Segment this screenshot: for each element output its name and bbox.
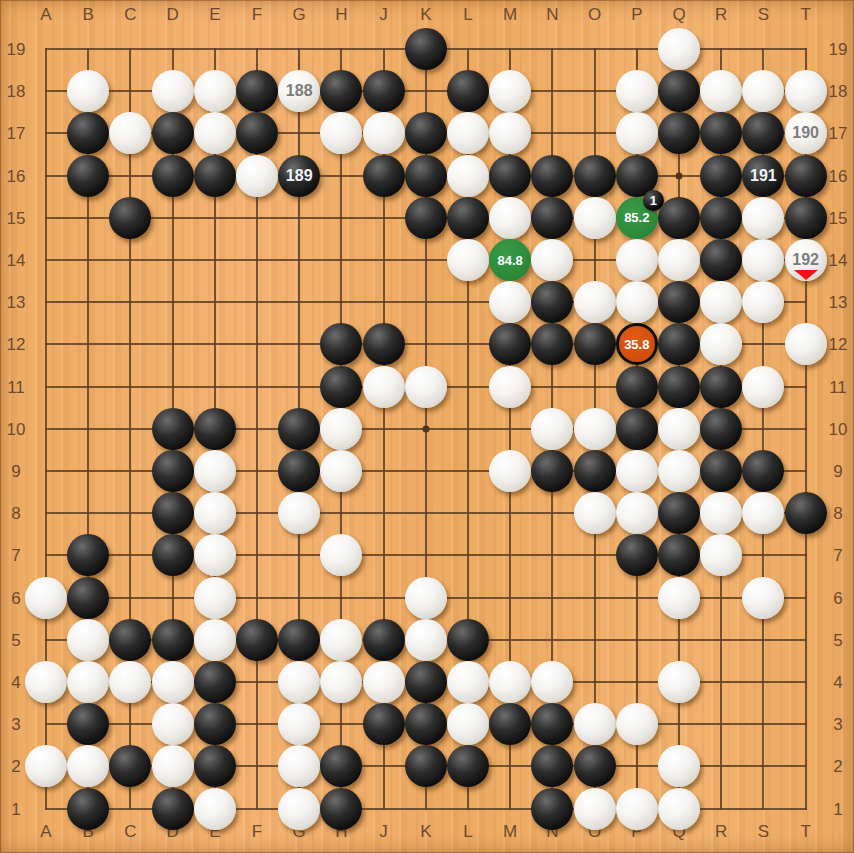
stone-white[interactable] — [405, 366, 447, 408]
row-label: 11 — [7, 378, 25, 395]
row-label: 12 — [7, 336, 26, 353]
column-label: H — [335, 6, 347, 23]
stone-black[interactable] — [194, 408, 236, 450]
stone-black[interactable] — [574, 745, 616, 787]
row-label: 6 — [11, 589, 20, 606]
column-label: A — [40, 6, 51, 23]
stone-white[interactable] — [152, 703, 194, 745]
row-label: 7 — [833, 547, 842, 564]
stone-black[interactable] — [363, 70, 405, 112]
column-label: L — [463, 823, 472, 840]
stone-white[interactable] — [574, 281, 616, 323]
column-label: C — [124, 823, 136, 840]
stone-black[interactable] — [574, 155, 616, 197]
stone-black[interactable] — [616, 408, 658, 450]
stone-black[interactable] — [109, 619, 151, 661]
stone-black[interactable] — [489, 323, 531, 365]
stone-black[interactable] — [109, 745, 151, 787]
row-label: 4 — [11, 674, 20, 691]
stone-black[interactable] — [278, 450, 320, 492]
row-label: 5 — [833, 631, 842, 648]
stone-black[interactable] — [658, 197, 700, 239]
row-label: 9 — [833, 463, 842, 480]
row-label: 10 — [829, 420, 848, 437]
stone-black[interactable] — [658, 366, 700, 408]
row-label: 19 — [829, 41, 848, 58]
stone-black[interactable]: 189 — [278, 155, 320, 197]
stone-black[interactable] — [320, 70, 362, 112]
stone-white[interactable] — [658, 577, 700, 619]
stone-white[interactable] — [447, 661, 489, 703]
stone-white[interactable] — [658, 788, 700, 830]
row-label: 2 — [833, 758, 842, 775]
stone-white[interactable] — [489, 70, 531, 112]
row-label: 2 — [11, 758, 20, 775]
stone-white[interactable] — [320, 619, 362, 661]
stone-black[interactable] — [531, 788, 573, 830]
stone-white[interactable] — [109, 112, 151, 154]
stone-white[interactable] — [658, 239, 700, 281]
stone-white[interactable] — [658, 661, 700, 703]
stone-black[interactable] — [236, 112, 278, 154]
stone-white[interactable] — [278, 492, 320, 534]
stone-white[interactable] — [489, 112, 531, 154]
stone-black[interactable] — [742, 450, 784, 492]
row-label: 3 — [833, 716, 842, 733]
stone-white[interactable] — [278, 703, 320, 745]
row-label: 5 — [11, 631, 20, 648]
stone-white[interactable] — [152, 70, 194, 112]
stone-white[interactable] — [658, 28, 700, 70]
stone-black[interactable] — [489, 703, 531, 745]
column-label: M — [503, 6, 517, 23]
stone-black[interactable] — [700, 366, 742, 408]
stone-white[interactable] — [25, 661, 67, 703]
stone-black[interactable] — [531, 323, 573, 365]
stone-black[interactable] — [320, 788, 362, 830]
column-label: T — [800, 6, 810, 23]
stone-white[interactable] — [616, 788, 658, 830]
stone-black[interactable] — [405, 197, 447, 239]
stone-white[interactable] — [194, 534, 236, 576]
star-point — [676, 172, 683, 179]
stone-black[interactable] — [278, 619, 320, 661]
stone-black[interactable] — [785, 197, 827, 239]
stone-white[interactable] — [616, 281, 658, 323]
row-label: 19 — [7, 41, 26, 58]
stone-white[interactable] — [531, 661, 573, 703]
stone-black[interactable] — [700, 408, 742, 450]
column-label: T — [800, 823, 810, 840]
stone-white[interactable] — [531, 408, 573, 450]
stone-black[interactable] — [658, 323, 700, 365]
stone-white[interactable] — [67, 745, 109, 787]
stone-white[interactable] — [152, 661, 194, 703]
stone-black[interactable] — [531, 450, 573, 492]
stone-white[interactable] — [658, 745, 700, 787]
stone-white[interactable] — [742, 70, 784, 112]
stone-black[interactable] — [531, 155, 573, 197]
stone-black[interactable] — [278, 408, 320, 450]
stone-white[interactable] — [785, 323, 827, 365]
stone-black[interactable]: 191 — [742, 155, 784, 197]
stone-black[interactable] — [152, 155, 194, 197]
row-label: 15 — [829, 209, 848, 226]
stone-white[interactable] — [489, 661, 531, 703]
stone-white[interactable]: 192 — [785, 239, 827, 281]
stone-white[interactable] — [320, 661, 362, 703]
go-board[interactable]: AABBCCDDEEFFGGHHJJKKLLMMNNOOPPQQRRSSTT19… — [0, 0, 854, 853]
stone-white[interactable] — [194, 492, 236, 534]
stone-white[interactable] — [320, 534, 362, 576]
stone-white[interactable] — [363, 366, 405, 408]
row-label: 8 — [11, 505, 20, 522]
stone-white[interactable] — [700, 70, 742, 112]
star-point — [422, 425, 429, 432]
stone-black[interactable] — [658, 492, 700, 534]
red-triangle-marker — [794, 270, 818, 280]
stone-black[interactable] — [236, 619, 278, 661]
stone-white[interactable] — [616, 70, 658, 112]
stone-white[interactable] — [700, 492, 742, 534]
row-label: 1 — [833, 800, 842, 817]
stone-white[interactable] — [742, 197, 784, 239]
stone-black[interactable] — [194, 703, 236, 745]
stone-white[interactable] — [194, 112, 236, 154]
stone-white[interactable] — [320, 408, 362, 450]
stone-white[interactable] — [700, 534, 742, 576]
column-label: K — [420, 6, 431, 23]
stone-white[interactable] — [574, 408, 616, 450]
column-label: S — [758, 823, 769, 840]
column-label: D — [166, 6, 178, 23]
stone-white[interactable] — [742, 577, 784, 619]
column-label: Q — [672, 6, 685, 23]
stone-black[interactable] — [447, 197, 489, 239]
stone-black[interactable] — [531, 197, 573, 239]
stone-white[interactable] — [447, 155, 489, 197]
stone-black[interactable] — [405, 155, 447, 197]
stone-white[interactable] — [320, 112, 362, 154]
stone-white[interactable] — [278, 788, 320, 830]
analysis-stone-green[interactable]: 85.21 — [616, 197, 658, 239]
stone-black[interactable] — [236, 70, 278, 112]
column-label: B — [83, 6, 94, 23]
row-label: 14 — [7, 252, 26, 269]
stone-white[interactable] — [489, 197, 531, 239]
move-number-label: 191 — [750, 168, 777, 184]
stone-black[interactable] — [152, 408, 194, 450]
stone-white[interactable] — [658, 408, 700, 450]
stone-white[interactable] — [194, 619, 236, 661]
stone-black[interactable] — [152, 534, 194, 576]
row-label: 7 — [11, 547, 20, 564]
stone-black[interactable] — [152, 788, 194, 830]
stone-white[interactable] — [236, 155, 278, 197]
stone-white[interactable] — [616, 492, 658, 534]
stone-white[interactable] — [742, 281, 784, 323]
stone-white[interactable] — [67, 661, 109, 703]
column-label: R — [715, 823, 727, 840]
stone-black[interactable] — [489, 155, 531, 197]
stone-black[interactable] — [785, 155, 827, 197]
stone-white[interactable] — [742, 492, 784, 534]
stone-black[interactable] — [363, 323, 405, 365]
stone-black[interactable] — [405, 745, 447, 787]
stone-white[interactable] — [574, 703, 616, 745]
column-label: P — [631, 6, 642, 23]
row-label: 17 — [7, 125, 26, 142]
stone-white[interactable] — [489, 366, 531, 408]
stone-black[interactable] — [152, 112, 194, 154]
stone-white[interactable] — [194, 788, 236, 830]
stone-white[interactable] — [405, 577, 447, 619]
row-label: 12 — [829, 336, 848, 353]
stone-black[interactable] — [447, 619, 489, 661]
stone-black[interactable] — [785, 492, 827, 534]
stone-white[interactable] — [616, 239, 658, 281]
stone-black[interactable] — [194, 745, 236, 787]
stone-black[interactable] — [363, 155, 405, 197]
stone-black[interactable] — [574, 323, 616, 365]
stone-white[interactable] — [574, 197, 616, 239]
stone-white[interactable] — [447, 112, 489, 154]
analysis-value-label: 84.8 — [498, 254, 523, 267]
stone-white[interactable] — [363, 661, 405, 703]
stone-white[interactable] — [742, 239, 784, 281]
stone-black[interactable] — [700, 197, 742, 239]
row-label: 6 — [833, 589, 842, 606]
column-label: S — [758, 6, 769, 23]
stone-black[interactable] — [194, 155, 236, 197]
stone-black[interactable] — [109, 197, 151, 239]
stone-black[interactable] — [363, 703, 405, 745]
stone-white[interactable] — [194, 577, 236, 619]
stone-black[interactable] — [447, 745, 489, 787]
stone-black[interactable] — [658, 70, 700, 112]
column-label: O — [588, 6, 601, 23]
stone-white[interactable] — [658, 450, 700, 492]
stone-black[interactable] — [152, 450, 194, 492]
move-number-label: 190 — [792, 125, 819, 141]
stone-white[interactable] — [278, 661, 320, 703]
stone-black[interactable] — [67, 534, 109, 576]
stone-white[interactable] — [616, 112, 658, 154]
row-label: 1 — [11, 800, 20, 817]
column-label: M — [503, 823, 517, 840]
row-label: 4 — [833, 674, 842, 691]
stone-black[interactable] — [67, 577, 109, 619]
analysis-stone-orange[interactable]: 35.8 — [616, 323, 658, 365]
stone-white[interactable] — [194, 70, 236, 112]
row-label: 14 — [829, 252, 848, 269]
stone-white[interactable] — [700, 281, 742, 323]
row-label: 8 — [833, 505, 842, 522]
move-number-label: 189 — [286, 168, 313, 184]
stone-black[interactable] — [531, 281, 573, 323]
stone-black[interactable] — [405, 703, 447, 745]
stone-white[interactable] — [489, 450, 531, 492]
stone-white[interactable] — [616, 703, 658, 745]
column-label: J — [379, 823, 388, 840]
stone-black[interactable] — [67, 788, 109, 830]
stone-black[interactable] — [152, 619, 194, 661]
analysis-value-label: 35.8 — [624, 338, 649, 351]
stone-white[interactable]: 190 — [785, 112, 827, 154]
row-label: 17 — [829, 125, 848, 142]
stone-black[interactable] — [405, 28, 447, 70]
stone-black[interactable] — [152, 492, 194, 534]
stone-black[interactable] — [320, 323, 362, 365]
stone-black[interactable] — [363, 619, 405, 661]
row-label: 16 — [829, 167, 848, 184]
stone-white[interactable] — [320, 450, 362, 492]
row-label: 13 — [829, 294, 848, 311]
row-label: 16 — [7, 167, 26, 184]
row-label: 11 — [829, 378, 847, 395]
row-label: 15 — [7, 209, 26, 226]
stone-black[interactable] — [405, 661, 447, 703]
stone-black[interactable] — [67, 112, 109, 154]
stone-white[interactable] — [278, 745, 320, 787]
column-label: L — [463, 6, 472, 23]
stone-black[interactable] — [742, 112, 784, 154]
column-label: R — [715, 6, 727, 23]
column-label: C — [124, 6, 136, 23]
column-label: J — [379, 6, 388, 23]
stone-black[interactable] — [700, 155, 742, 197]
column-label: K — [420, 823, 431, 840]
stone-white[interactable] — [785, 70, 827, 112]
row-label: 10 — [7, 420, 26, 437]
stone-black[interactable] — [658, 281, 700, 323]
stone-white[interactable] — [67, 70, 109, 112]
stone-black[interactable] — [574, 450, 616, 492]
stone-white[interactable] — [447, 703, 489, 745]
stone-white[interactable] — [194, 450, 236, 492]
column-label: G — [293, 6, 306, 23]
stone-white[interactable] — [574, 492, 616, 534]
stone-black[interactable] — [658, 112, 700, 154]
row-label: 18 — [829, 83, 848, 100]
stone-black[interactable] — [320, 366, 362, 408]
stone-white[interactable] — [363, 112, 405, 154]
stone-black[interactable] — [616, 366, 658, 408]
row-label: 18 — [7, 83, 26, 100]
stone-white[interactable] — [152, 745, 194, 787]
column-label: F — [252, 823, 262, 840]
stone-white[interactable] — [447, 239, 489, 281]
row-label: 9 — [11, 463, 20, 480]
stone-black[interactable] — [700, 239, 742, 281]
analysis-value-label: 85.2 — [624, 211, 649, 224]
stone-black[interactable] — [320, 745, 362, 787]
stone-white[interactable] — [489, 281, 531, 323]
row-label: 13 — [7, 294, 26, 311]
stone-black[interactable] — [67, 155, 109, 197]
stone-black[interactable] — [700, 450, 742, 492]
stone-white[interactable] — [700, 323, 742, 365]
stone-black[interactable] — [658, 534, 700, 576]
stone-white[interactable] — [25, 745, 67, 787]
stone-black[interactable] — [700, 112, 742, 154]
stone-black[interactable] — [194, 661, 236, 703]
stone-black[interactable] — [67, 703, 109, 745]
analysis-stone-green[interactable]: 84.8 — [489, 239, 531, 281]
stone-white[interactable] — [405, 619, 447, 661]
row-label: 3 — [11, 716, 20, 733]
stone-white[interactable]: 188 — [278, 70, 320, 112]
stone-black[interactable] — [616, 534, 658, 576]
column-label: E — [209, 6, 220, 23]
stone-white[interactable] — [616, 450, 658, 492]
stone-white[interactable] — [109, 661, 151, 703]
stone-white[interactable] — [742, 366, 784, 408]
column-label: N — [546, 6, 558, 23]
stone-white[interactable] — [25, 577, 67, 619]
stone-black[interactable] — [447, 70, 489, 112]
stone-white[interactable] — [574, 788, 616, 830]
column-label: F — [252, 6, 262, 23]
column-label: A — [40, 823, 51, 840]
stone-white[interactable] — [531, 239, 573, 281]
move-number-label: 188 — [286, 83, 313, 99]
stone-white[interactable] — [67, 619, 109, 661]
stone-black[interactable] — [531, 703, 573, 745]
stone-black[interactable] — [531, 745, 573, 787]
move-number-label: 192 — [792, 252, 819, 268]
stone-black[interactable] — [405, 112, 447, 154]
